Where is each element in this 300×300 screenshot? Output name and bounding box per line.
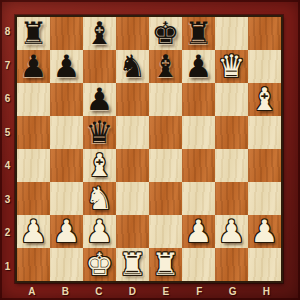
square-c6[interactable]: ♟ — [83, 83, 116, 116]
square-c7[interactable] — [83, 50, 116, 83]
square-b7[interactable]: ♟ — [50, 50, 83, 83]
piece-black-knight-d7[interactable]: ♞ — [116, 50, 149, 83]
square-a8[interactable]: ♜ — [17, 17, 50, 50]
file-label-a: A — [15, 286, 49, 297]
file-label-b: B — [49, 286, 83, 297]
file-label-c: C — [82, 286, 116, 297]
square-a4[interactable] — [17, 149, 50, 182]
square-c2[interactable]: ♟ — [83, 215, 116, 248]
square-c4[interactable]: ♝ — [83, 149, 116, 182]
rank-label-6: 6 — [5, 82, 11, 116]
rank-label-2: 2 — [5, 216, 11, 250]
square-f8[interactable]: ♜ — [182, 17, 215, 50]
square-b3[interactable] — [50, 182, 83, 215]
board-frame: ♜♝♚♜♟♟♞♝♟♛♟♝♛♝♞♟♟♟♟♟♟♚♜♜ — [15, 15, 283, 283]
piece-black-bishop-c8[interactable]: ♝ — [83, 17, 116, 50]
square-c5[interactable]: ♛ — [83, 116, 116, 149]
square-d5[interactable] — [116, 116, 149, 149]
piece-white-rook-d1[interactable]: ♜ — [116, 248, 149, 281]
square-f5[interactable] — [182, 116, 215, 149]
piece-white-pawn-f2[interactable]: ♟ — [182, 215, 215, 248]
square-a6[interactable] — [17, 83, 50, 116]
chess-board[interactable]: ♜♝♚♜♟♟♞♝♟♛♟♝♛♝♞♟♟♟♟♟♟♚♜♜ — [17, 17, 281, 281]
square-e4[interactable] — [149, 149, 182, 182]
square-b1[interactable] — [50, 248, 83, 281]
square-f2[interactable]: ♟ — [182, 215, 215, 248]
piece-black-pawn-b7[interactable]: ♟ — [50, 50, 83, 83]
square-d7[interactable]: ♞ — [116, 50, 149, 83]
square-g1[interactable] — [215, 248, 248, 281]
square-g3[interactable] — [215, 182, 248, 215]
square-b6[interactable] — [50, 83, 83, 116]
square-h5[interactable] — [248, 116, 281, 149]
square-b5[interactable] — [50, 116, 83, 149]
rank-label-5: 5 — [5, 116, 11, 150]
file-label-f: F — [183, 286, 217, 297]
square-c1[interactable]: ♚ — [83, 248, 116, 281]
square-g2[interactable]: ♟ — [215, 215, 248, 248]
square-h8[interactable] — [248, 17, 281, 50]
square-d6[interactable] — [116, 83, 149, 116]
chess-diagram: ♜♝♚♜♟♟♞♝♟♛♟♝♛♝♞♟♟♟♟♟♟♚♜♜ 87654321 ABCDEF… — [0, 0, 300, 300]
square-d4[interactable] — [116, 149, 149, 182]
square-f6[interactable] — [182, 83, 215, 116]
square-g7[interactable]: ♛ — [215, 50, 248, 83]
square-g6[interactable] — [215, 83, 248, 116]
square-h2[interactable]: ♟ — [248, 215, 281, 248]
square-h3[interactable] — [248, 182, 281, 215]
piece-white-pawn-h2[interactable]: ♟ — [248, 215, 281, 248]
rank-label-4: 4 — [5, 149, 11, 183]
square-e8[interactable]: ♚ — [149, 17, 182, 50]
piece-white-king-c1[interactable]: ♚ — [83, 248, 116, 281]
square-b8[interactable] — [50, 17, 83, 50]
piece-black-queen-c5[interactable]: ♛ — [83, 116, 116, 149]
square-e5[interactable] — [149, 116, 182, 149]
square-f1[interactable] — [182, 248, 215, 281]
square-b4[interactable] — [50, 149, 83, 182]
piece-black-bishop-e7[interactable]: ♝ — [149, 50, 182, 83]
piece-white-queen-g7[interactable]: ♛ — [215, 50, 248, 83]
square-f3[interactable] — [182, 182, 215, 215]
file-label-e: E — [149, 286, 183, 297]
square-e1[interactable]: ♜ — [149, 248, 182, 281]
piece-black-pawn-f7[interactable]: ♟ — [182, 50, 215, 83]
piece-white-pawn-g2[interactable]: ♟ — [215, 215, 248, 248]
rank-label-8: 8 — [5, 15, 11, 49]
piece-black-pawn-a7[interactable]: ♟ — [17, 50, 50, 83]
piece-black-rook-a8[interactable]: ♜ — [17, 17, 50, 50]
square-b2[interactable]: ♟ — [50, 215, 83, 248]
square-a1[interactable] — [17, 248, 50, 281]
rank-label-1: 1 — [5, 250, 11, 284]
piece-black-king-e8[interactable]: ♚ — [149, 17, 182, 50]
file-labels: ABCDEFGH — [15, 283, 283, 300]
piece-black-pawn-c6[interactable]: ♟ — [83, 83, 116, 116]
square-d1[interactable]: ♜ — [116, 248, 149, 281]
file-label-g: G — [216, 286, 250, 297]
square-a5[interactable] — [17, 116, 50, 149]
piece-white-bishop-h6[interactable]: ♝ — [248, 83, 281, 116]
square-e3[interactable] — [149, 182, 182, 215]
square-f4[interactable] — [182, 149, 215, 182]
piece-white-pawn-c2[interactable]: ♟ — [83, 215, 116, 248]
square-d2[interactable] — [116, 215, 149, 248]
square-a3[interactable] — [17, 182, 50, 215]
rank-label-7: 7 — [5, 49, 11, 83]
square-d3[interactable] — [116, 182, 149, 215]
square-a2[interactable]: ♟ — [17, 215, 50, 248]
square-h4[interactable] — [248, 149, 281, 182]
square-g4[interactable] — [215, 149, 248, 182]
piece-white-knight-c3[interactable]: ♞ — [83, 182, 116, 215]
rank-label-3: 3 — [5, 183, 11, 217]
square-e2[interactable] — [149, 215, 182, 248]
square-f7[interactable]: ♟ — [182, 50, 215, 83]
piece-white-pawn-b2[interactable]: ♟ — [50, 215, 83, 248]
square-h7[interactable] — [248, 50, 281, 83]
square-h6[interactable]: ♝ — [248, 83, 281, 116]
piece-white-pawn-a2[interactable]: ♟ — [17, 215, 50, 248]
piece-white-bishop-c4[interactable]: ♝ — [83, 149, 116, 182]
square-c8[interactable]: ♝ — [83, 17, 116, 50]
square-h1[interactable] — [248, 248, 281, 281]
square-d8[interactable] — [116, 17, 149, 50]
rank-labels: 87654321 — [0, 15, 15, 283]
file-label-d: D — [116, 286, 150, 297]
square-g8[interactable] — [215, 17, 248, 50]
file-label-h: H — [250, 286, 284, 297]
piece-black-rook-f8[interactable]: ♜ — [182, 17, 215, 50]
piece-white-rook-e1[interactable]: ♜ — [149, 248, 182, 281]
square-g5[interactable] — [215, 116, 248, 149]
square-e7[interactable]: ♝ — [149, 50, 182, 83]
square-c3[interactable]: ♞ — [83, 182, 116, 215]
square-e6[interactable] — [149, 83, 182, 116]
square-a7[interactable]: ♟ — [17, 50, 50, 83]
